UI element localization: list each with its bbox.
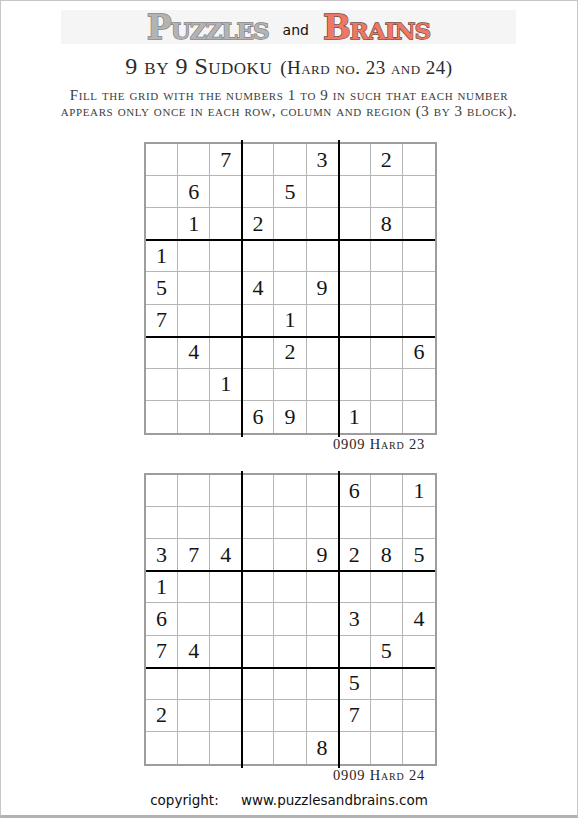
puzzle2-cell-r2c9[interactable] xyxy=(403,507,435,539)
puzzle1-cell-r1c7[interactable] xyxy=(339,144,371,176)
puzzle1-cell-r5c9[interactable] xyxy=(403,272,435,304)
puzzle2-cell-r2c5[interactable] xyxy=(274,507,306,539)
puzzle1-cell-r4c3[interactable] xyxy=(210,240,242,272)
puzzle2-cell-r9c3[interactable] xyxy=(210,732,242,764)
puzzle2-cell-r3c1[interactable]: 3 xyxy=(146,539,178,571)
worksheet-page: Puzzles and Brains 9 by 9 Sudoku (Hard n… xyxy=(0,0,578,818)
puzzle1-cell-r5c1[interactable]: 5 xyxy=(146,272,178,304)
page-title-sub: (Hard no. 23 and 24) xyxy=(280,57,453,78)
puzzle2-cell-r9c5[interactable] xyxy=(274,732,306,764)
puzzle1-cell-r8c5[interactable] xyxy=(274,369,306,401)
puzzle1-cell-r6c5[interactable]: 1 xyxy=(274,305,306,337)
puzzle2-cell-r8c9[interactable] xyxy=(403,700,435,732)
puzzle1-cell-r7c3[interactable] xyxy=(210,337,242,369)
puzzle1-cell-r6c2[interactable] xyxy=(178,305,210,337)
puzzle1-cell-r1c5[interactable] xyxy=(274,144,306,176)
instructions-line-2: appears only once in each row, column an… xyxy=(1,103,577,119)
puzzle1-cell-r1c4[interactable] xyxy=(242,144,274,176)
puzzle1-cell-r2c5[interactable]: 5 xyxy=(274,176,306,208)
puzzle1-cell-r3c8[interactable]: 8 xyxy=(371,208,403,240)
puzzle1-cell-r2c3[interactable] xyxy=(210,176,242,208)
puzzle1-cell-r4c1[interactable]: 1 xyxy=(146,240,178,272)
puzzle1-cell-r2c2[interactable]: 6 xyxy=(178,176,210,208)
puzzle2-cell-r6c5[interactable] xyxy=(274,636,306,668)
puzzle1-cell-r9c1[interactable] xyxy=(146,401,178,433)
puzzle1-cell-r2c1[interactable] xyxy=(146,176,178,208)
puzzle1-cell-r9c3[interactable] xyxy=(210,401,242,433)
block-divider-vertical-2 xyxy=(338,140,340,437)
puzzle1-cell-r2c7[interactable] xyxy=(339,176,371,208)
footer: copyright: www.puzzlesandbrains.com xyxy=(1,792,577,808)
puzzle1-cell-r5c6[interactable]: 9 xyxy=(307,272,339,304)
puzzle2-cell-r7c6[interactable] xyxy=(307,668,339,700)
puzzle1-cell-r6c1[interactable]: 7 xyxy=(146,305,178,337)
puzzle2-cell-r9c4[interactable] xyxy=(242,732,274,764)
puzzle2-cell-r1c4[interactable] xyxy=(242,475,274,507)
puzzle1-cell-r7c1[interactable] xyxy=(146,337,178,369)
puzzle1-cell-r2c4[interactable] xyxy=(242,176,274,208)
puzzle2-cell-r5c8[interactable] xyxy=(371,603,403,635)
puzzle1-cell-r5c8[interactable] xyxy=(371,272,403,304)
puzzle2-cell-r1c7[interactable]: 6 xyxy=(339,475,371,507)
puzzle1-cell-r6c9[interactable] xyxy=(403,305,435,337)
sudoku-grid-hard-23: 732651281549714261691 xyxy=(144,142,437,435)
puzzle1-cell-r7c8[interactable] xyxy=(371,337,403,369)
puzzle2-cell-r4c4[interactable] xyxy=(242,571,274,603)
puzzle2-cell-r4c7[interactable] xyxy=(339,571,371,603)
sudoku-grid-hard-24: 61374928516347455278 xyxy=(144,473,437,766)
puzzle1-cell-r4c6[interactable] xyxy=(307,240,339,272)
puzzle2-cell-r8c5[interactable] xyxy=(274,700,306,732)
puzzle1-cell-r6c8[interactable] xyxy=(371,305,403,337)
puzzle2-cell-r8c3[interactable] xyxy=(210,700,242,732)
puzzle2-cell-r4c3[interactable] xyxy=(210,571,242,603)
puzzle1-cell-r7c7[interactable] xyxy=(339,337,371,369)
puzzle1-cell-r2c8[interactable] xyxy=(371,176,403,208)
puzzle1-cell-r1c9[interactable] xyxy=(403,144,435,176)
puzzle1-cell-r8c4[interactable] xyxy=(242,369,274,401)
puzzle2-cell-r5c5[interactable] xyxy=(274,603,306,635)
puzzle1-cell-r5c7[interactable] xyxy=(339,272,371,304)
puzzle1-cell-r5c2[interactable] xyxy=(178,272,210,304)
puzzle2-cell-r7c7[interactable]: 5 xyxy=(339,668,371,700)
puzzle2-cell-r2c4[interactable] xyxy=(242,507,274,539)
block-divider-vertical-1 xyxy=(241,140,243,437)
puzzle2-cell-r4c8[interactable] xyxy=(371,571,403,603)
puzzle2-cell-r6c3[interactable] xyxy=(210,636,242,668)
puzzle1-cell-r2c6[interactable] xyxy=(307,176,339,208)
puzzle2-cell-r5c2[interactable] xyxy=(178,603,210,635)
page-title: 9 by 9 Sudoku (Hard no. 23 and 24) xyxy=(1,53,577,80)
puzzle1-cell-r9c5[interactable]: 9 xyxy=(274,401,306,433)
puzzle1-cell-r6c4[interactable] xyxy=(242,305,274,337)
puzzle1-cell-r9c4[interactable]: 6 xyxy=(242,401,274,433)
puzzle2-cell-r5c6[interactable] xyxy=(307,603,339,635)
puzzle2-cell-r1c9[interactable]: 1 xyxy=(403,475,435,507)
puzzle2-cell-r2c7[interactable] xyxy=(339,507,371,539)
puzzle1-cell-r9c7[interactable]: 1 xyxy=(339,401,371,433)
puzzle2-cell-r7c3[interactable] xyxy=(210,668,242,700)
puzzle2-cell-r5c3[interactable] xyxy=(210,603,242,635)
puzzle1-cell-r4c7[interactable] xyxy=(339,240,371,272)
puzzle2-cell-r7c5[interactable] xyxy=(274,668,306,700)
puzzle1-cell-r3c2[interactable]: 1 xyxy=(178,208,210,240)
puzzle2-cell-r7c1[interactable] xyxy=(146,668,178,700)
puzzle-label-hard-24: 0909 Hard 24 xyxy=(144,767,437,784)
puzzle2-cell-r3c4[interactable] xyxy=(242,539,274,571)
puzzle2-cell-r3c3[interactable]: 4 xyxy=(210,539,242,571)
puzzle1-cell-r6c6[interactable] xyxy=(307,305,339,337)
puzzle2-cell-r2c8[interactable] xyxy=(371,507,403,539)
puzzle1-cell-r5c3[interactable] xyxy=(210,272,242,304)
puzzle2-cell-r2c6[interactable] xyxy=(307,507,339,539)
puzzle2-cell-r1c5[interactable] xyxy=(274,475,306,507)
puzzle1-cell-r7c6[interactable] xyxy=(307,337,339,369)
puzzle2-cell-r1c8[interactable] xyxy=(371,475,403,507)
block-divider-horizontal-2 xyxy=(146,667,435,669)
puzzle1-cell-r8c8[interactable] xyxy=(371,369,403,401)
puzzle2-cell-r1c6[interactable] xyxy=(307,475,339,507)
puzzle2-cell-r8c7[interactable]: 7 xyxy=(339,700,371,732)
puzzle2-cell-r8c4[interactable] xyxy=(242,700,274,732)
puzzle2-cell-r6c2[interactable]: 4 xyxy=(178,636,210,668)
puzzle1-cell-r4c9[interactable] xyxy=(403,240,435,272)
puzzle2-cell-r2c1[interactable] xyxy=(146,507,178,539)
puzzle1-cell-r8c2[interactable] xyxy=(178,369,210,401)
copyright-label: copyright: xyxy=(150,792,219,808)
puzzle2-cell-r5c9[interactable]: 4 xyxy=(403,603,435,635)
puzzle1-cell-r1c3[interactable]: 7 xyxy=(210,144,242,176)
puzzle2-cell-r8c8[interactable] xyxy=(371,700,403,732)
puzzle1-cell-r7c9[interactable]: 6 xyxy=(403,337,435,369)
puzzle1-cell-r7c4[interactable] xyxy=(242,337,274,369)
puzzle1-cell-r9c2[interactable] xyxy=(178,401,210,433)
puzzle1-cell-r6c3[interactable] xyxy=(210,305,242,337)
puzzle2-cell-r9c7[interactable] xyxy=(339,732,371,764)
puzzle2-cell-r6c8[interactable]: 5 xyxy=(371,636,403,668)
puzzle1-cell-r8c1[interactable] xyxy=(146,369,178,401)
puzzle2-cell-r2c3[interactable] xyxy=(210,507,242,539)
puzzle1-cell-r7c2[interactable]: 4 xyxy=(178,337,210,369)
instructions-line-1: Fill the grid with the numbers 1 to 9 in… xyxy=(1,87,577,103)
puzzle2-cell-r7c4[interactable] xyxy=(242,668,274,700)
logo-word-brains: Brains xyxy=(323,11,430,44)
puzzle1-cell-r9c6[interactable] xyxy=(307,401,339,433)
puzzle1-cell-r5c5[interactable] xyxy=(274,272,306,304)
logo-word-puzzles: Puzzles xyxy=(147,11,269,44)
puzzle2-cell-r5c1[interactable]: 6 xyxy=(146,603,178,635)
puzzle2-cell-r6c9[interactable] xyxy=(403,636,435,668)
puzzle1-cell-r1c2[interactable] xyxy=(178,144,210,176)
puzzle1-cell-r1c8[interactable]: 2 xyxy=(371,144,403,176)
puzzle2-cell-r6c6[interactable] xyxy=(307,636,339,668)
block-divider-horizontal-2 xyxy=(146,336,435,338)
puzzle2-cell-r4c5[interactable] xyxy=(274,571,306,603)
puzzle2-cell-r4c6[interactable] xyxy=(307,571,339,603)
puzzle2-cell-r5c4[interactable] xyxy=(242,603,274,635)
puzzle1-cell-r8c7[interactable] xyxy=(339,369,371,401)
puzzle2-cell-r4c2[interactable] xyxy=(178,571,210,603)
puzzle1-cell-r3c5[interactable] xyxy=(274,208,306,240)
puzzle1-cell-r3c6[interactable] xyxy=(307,208,339,240)
block-divider-vertical-1 xyxy=(241,471,243,768)
puzzle2-cell-r3c5[interactable] xyxy=(274,539,306,571)
puzzle1-cell-r3c1[interactable] xyxy=(146,208,178,240)
puzzle2-cell-r9c2[interactable] xyxy=(178,732,210,764)
puzzle2-cell-r2c2[interactable] xyxy=(178,507,210,539)
puzzle2-cell-r5c7[interactable]: 3 xyxy=(339,603,371,635)
puzzle1-cell-r8c9[interactable] xyxy=(403,369,435,401)
puzzle1-cell-r9c8[interactable] xyxy=(371,401,403,433)
block-divider-vertical-2 xyxy=(338,471,340,768)
puzzle2-cell-r8c1[interactable]: 2 xyxy=(146,700,178,732)
puzzle1-cell-r3c4[interactable]: 2 xyxy=(242,208,274,240)
block-divider-horizontal-1 xyxy=(146,239,435,241)
puzzle1-cell-r3c7[interactable] xyxy=(339,208,371,240)
puzzle2-cell-r1c3[interactable] xyxy=(210,475,242,507)
puzzle1-cell-r4c5[interactable] xyxy=(274,240,306,272)
website-link[interactable]: www.puzzlesandbrains.com xyxy=(241,792,428,808)
puzzle2-cell-r6c4[interactable] xyxy=(242,636,274,668)
puzzle2-cell-r3c7[interactable]: 2 xyxy=(339,539,371,571)
puzzle1-cell-r5c4[interactable]: 4 xyxy=(242,272,274,304)
logo-connector-and: and xyxy=(283,22,309,38)
puzzle1-cell-r1c6[interactable]: 3 xyxy=(307,144,339,176)
puzzle1-cell-r4c4[interactable] xyxy=(242,240,274,272)
puzzle1-cell-r3c9[interactable] xyxy=(403,208,435,240)
puzzle2-cell-r8c2[interactable] xyxy=(178,700,210,732)
puzzle2-cell-r3c6[interactable]: 9 xyxy=(307,539,339,571)
site-logo-banner: Puzzles and Brains xyxy=(61,10,516,44)
puzzle1-cell-r9c9[interactable] xyxy=(403,401,435,433)
puzzle2-cell-r9c6[interactable]: 8 xyxy=(307,732,339,764)
puzzle2-cell-r4c1[interactable]: 1 xyxy=(146,571,178,603)
puzzle1-cell-r4c8[interactable] xyxy=(371,240,403,272)
puzzle-label-hard-23: 0909 Hard 23 xyxy=(144,436,437,453)
puzzle1-cell-r4c2[interactable] xyxy=(178,240,210,272)
block-divider-horizontal-1 xyxy=(146,570,435,572)
puzzle1-cell-r3c3[interactable] xyxy=(210,208,242,240)
puzzle2-cell-r9c1[interactable] xyxy=(146,732,178,764)
puzzle1-cell-r1c1[interactable] xyxy=(146,144,178,176)
puzzle2-cell-r7c8[interactable] xyxy=(371,668,403,700)
puzzle2-cell-r1c1[interactable] xyxy=(146,475,178,507)
puzzle2-cell-r3c8[interactable]: 8 xyxy=(371,539,403,571)
puzzle2-cell-r8c6[interactable] xyxy=(307,700,339,732)
puzzle1-cell-r7c5[interactable]: 2 xyxy=(274,337,306,369)
puzzle2-cell-r6c1[interactable]: 7 xyxy=(146,636,178,668)
puzzle2-cell-r4c9[interactable] xyxy=(403,571,435,603)
puzzle1-cell-r2c9[interactable] xyxy=(403,176,435,208)
puzzle2-cell-r3c9[interactable]: 5 xyxy=(403,539,435,571)
puzzle2-cell-r9c8[interactable] xyxy=(371,732,403,764)
puzzle2-cell-r1c2[interactable] xyxy=(178,475,210,507)
puzzle1-cell-r8c6[interactable] xyxy=(307,369,339,401)
instructions: Fill the grid with the numbers 1 to 9 in… xyxy=(1,87,577,119)
puzzle2-cell-r3c2[interactable]: 7 xyxy=(178,539,210,571)
puzzle1-cell-r6c7[interactable] xyxy=(339,305,371,337)
puzzle1-cell-r8c3[interactable]: 1 xyxy=(210,369,242,401)
puzzle2-cell-r7c2[interactable] xyxy=(178,668,210,700)
puzzle2-cell-r9c9[interactable] xyxy=(403,732,435,764)
puzzle2-cell-r6c7[interactable] xyxy=(339,636,371,668)
puzzle2-cell-r7c9[interactable] xyxy=(403,668,435,700)
page-title-main: 9 by 9 Sudoku xyxy=(125,53,272,79)
